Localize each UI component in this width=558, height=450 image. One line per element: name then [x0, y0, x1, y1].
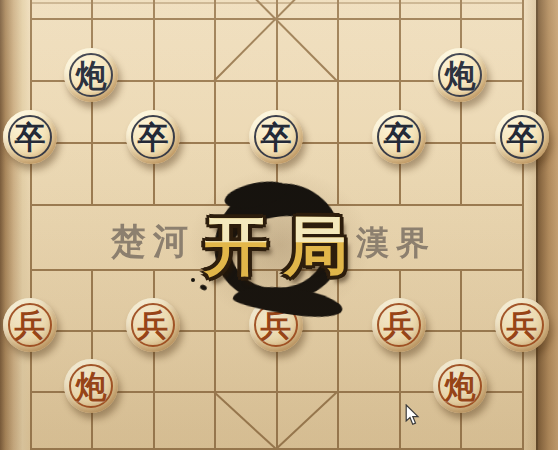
piece-black-cannon-b8[interactable]: 炮: [64, 48, 118, 102]
river-text-left: 楚河: [111, 223, 195, 258]
piece-glyph: 卒: [372, 110, 426, 164]
board-line: [399, 0, 401, 205]
board-right-shading: [523, 0, 536, 450]
board-line: [153, 269, 155, 450]
piece-glyph: 兵: [372, 298, 426, 352]
piece-glyph: 炮: [64, 359, 118, 413]
piece-black-soldier-c7[interactable]: 卒: [126, 110, 180, 164]
piece-glyph: 炮: [64, 48, 118, 102]
opening-logo: 开局 开局 开局: [204, 212, 364, 282]
board-line: [153, 0, 155, 205]
board-line: [460, 0, 462, 205]
board-line: [399, 269, 401, 450]
piece-red-cannon-b3[interactable]: 炮: [64, 359, 118, 413]
board-line: [30, 0, 32, 450]
palace-diagonal: [213, 391, 276, 449]
piece-red-soldier-a4[interactable]: 兵: [3, 298, 57, 352]
piece-glyph: 兵: [495, 298, 549, 352]
piece-glyph: 兵: [126, 298, 180, 352]
board-right-edge: [536, 0, 558, 450]
piece-glyph: 炮: [433, 359, 487, 413]
palace-diagonal: [275, 391, 337, 449]
piece-black-soldier-g7[interactable]: 卒: [372, 110, 426, 164]
piece-black-soldier-i7[interactable]: 卒: [495, 110, 549, 164]
piece-glyph: 卒: [126, 110, 180, 164]
piece-red-soldier-i4[interactable]: 兵: [495, 298, 549, 352]
piece-black-soldier-a7[interactable]: 卒: [3, 110, 57, 164]
piece-glyph: 卒: [3, 110, 57, 164]
piece-red-soldier-c4[interactable]: 兵: [126, 298, 180, 352]
piece-black-cannon-h8[interactable]: 炮: [433, 48, 487, 102]
piece-glyph: 卒: [495, 110, 549, 164]
piece-red-soldier-g4[interactable]: 兵: [372, 298, 426, 352]
board-left-edge: [0, 0, 30, 450]
board-line: [91, 0, 93, 205]
piece-red-cannon-h3[interactable]: 炮: [433, 359, 487, 413]
piece-glyph: 卒: [249, 110, 303, 164]
piece-glyph: 兵: [3, 298, 57, 352]
board-line: [522, 0, 524, 450]
piece-black-soldier-e7[interactable]: 卒: [249, 110, 303, 164]
piece-glyph: 炮: [433, 48, 487, 102]
mouse-cursor-icon: [405, 404, 420, 430]
ink-splatter-dot: [191, 278, 195, 282]
xiangqi-board[interactable]: 楚河 漢界 炮炮卒卒卒卒卒兵兵兵兵兵炮炮 开局 开局 开局: [0, 0, 558, 450]
